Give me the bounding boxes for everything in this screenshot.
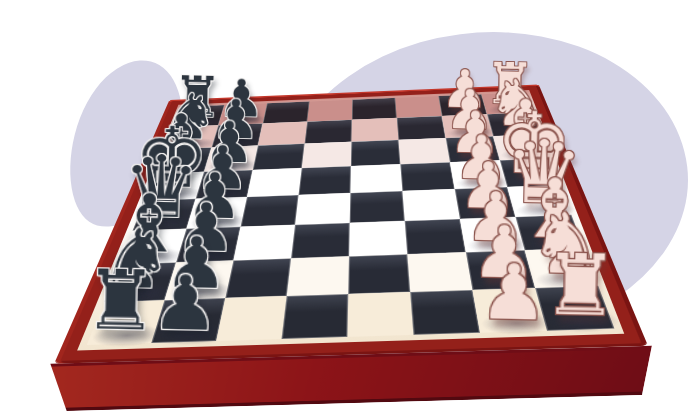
- piece-white-pawn: ♟: [479, 256, 549, 330]
- square-f4[interactable]: [351, 140, 400, 166]
- square-g6[interactable]: [258, 122, 307, 146]
- square-f6[interactable]: [253, 144, 305, 170]
- white-pawn-icon: ♟: [479, 256, 549, 330]
- square-c6[interactable]: [233, 225, 295, 260]
- square-h6[interactable]: [263, 101, 310, 123]
- board-grid: ♜♟♟♜♞♟♟♞♝♟♟♝♚♟♟♚♛♟♟♛♝♟♟♝♞♟♟♞♜♟♟♜: [87, 92, 615, 345]
- square-a5[interactable]: [282, 294, 349, 339]
- square-b5[interactable]: [287, 256, 349, 296]
- black-rook-icon: ♜: [83, 262, 159, 342]
- square-a4[interactable]: [347, 292, 413, 337]
- square-g5[interactable]: [305, 120, 352, 144]
- white-rook-icon: ♜: [542, 246, 619, 328]
- square-a2[interactable]: ♟: [473, 288, 548, 333]
- square-c3[interactable]: [405, 219, 466, 254]
- board-front-face: [50, 346, 652, 411]
- square-e4[interactable]: [350, 164, 402, 193]
- illustration-canvas: ♜♟♟♜♞♟♟♞♝♟♟♝♚♟♟♚♛♟♟♛♝♟♟♝♞♟♟♞♜♟♟♜: [0, 0, 700, 420]
- square-h4[interactable]: [352, 98, 397, 120]
- square-d4[interactable]: [350, 191, 405, 223]
- square-b6[interactable]: [225, 258, 291, 298]
- square-f5[interactable]: [302, 142, 352, 168]
- piece-black-pawn: ♟: [151, 267, 220, 340]
- square-a1[interactable]: ♜: [535, 286, 614, 331]
- square-a3[interactable]: [410, 290, 480, 335]
- square-e3[interactable]: [400, 162, 454, 191]
- piece-white-rook: ♜: [542, 246, 619, 328]
- square-h5[interactable]: [307, 100, 352, 122]
- board-margin: ♜♟♟♜♞♟♟♞♝♟♟♝♚♟♟♚♛♟♟♛♝♟♟♝♞♟♟♞♜♟♟♜: [77, 90, 624, 351]
- square-c4[interactable]: [349, 221, 407, 256]
- square-g4[interactable]: [351, 118, 398, 142]
- square-b4[interactable]: [348, 254, 410, 294]
- square-a6[interactable]: [216, 296, 286, 341]
- chess-board: ♜♟♟♜♞♟♟♞♝♟♟♝♚♟♟♚♛♟♟♛♝♟♟♝♞♟♟♞♜♟♟♜: [54, 84, 648, 363]
- square-h3[interactable]: [395, 96, 442, 118]
- square-d5[interactable]: [295, 193, 350, 225]
- piece-black-rook: ♜: [83, 262, 159, 342]
- square-d6[interactable]: [241, 195, 299, 227]
- square-a7[interactable]: ♟: [151, 298, 225, 343]
- board-scene: ♜♟♟♜♞♟♟♞♝♟♟♝♚♟♟♚♛♟♟♛♝♟♟♝♞♟♟♞♜♟♟♜: [0, 0, 700, 420]
- square-g3[interactable]: [397, 116, 446, 140]
- black-pawn-icon: ♟: [151, 267, 220, 340]
- square-e5[interactable]: [299, 166, 351, 195]
- square-d3[interactable]: [402, 189, 460, 221]
- square-c5[interactable]: [291, 223, 350, 258]
- square-f3[interactable]: [398, 138, 450, 164]
- square-b3[interactable]: [407, 252, 472, 292]
- square-e6[interactable]: [247, 168, 302, 197]
